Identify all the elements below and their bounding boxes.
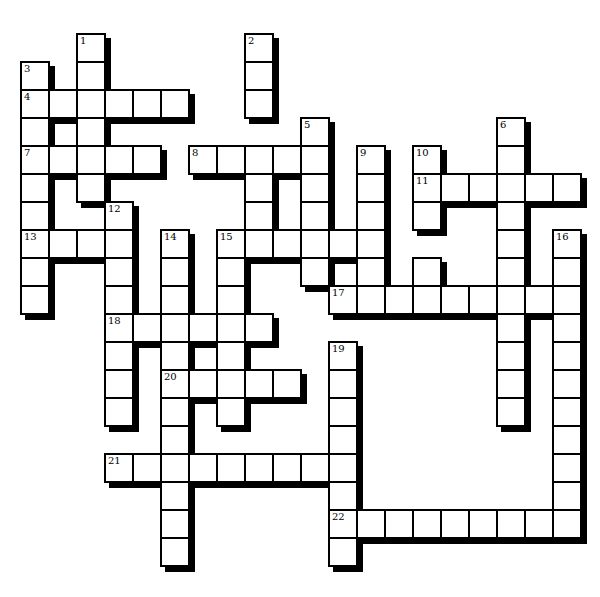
clue-number-12: 12	[108, 203, 121, 214]
cell-r9c15[interactable]	[440, 285, 470, 315]
cell-r4c1[interactable]	[48, 145, 78, 175]
cell-r2c3[interactable]	[104, 89, 134, 119]
cell-r14c19[interactable]	[552, 425, 582, 455]
cell-r13c7[interactable]	[216, 397, 246, 427]
cell-r9c19[interactable]	[552, 285, 582, 315]
cell-r18c11[interactable]	[328, 537, 358, 567]
clue-number-13: 13	[24, 231, 37, 242]
cell-r8c17[interactable]	[496, 257, 526, 287]
cell-r7c19[interactable]: 16	[552, 229, 582, 259]
cell-r5c18[interactable]	[524, 173, 554, 203]
cell-r10c3[interactable]: 18	[104, 313, 134, 343]
cell-r17c13[interactable]	[384, 509, 414, 539]
cell-r7c12[interactable]	[356, 229, 386, 259]
cell-r0c2[interactable]: 1	[76, 33, 106, 63]
cell-r15c9[interactable]	[272, 453, 302, 483]
clue-number-21: 21	[108, 455, 121, 466]
cell-r9c7[interactable]	[216, 285, 246, 315]
clue-number-6: 6	[500, 119, 506, 130]
cell-r15c4[interactable]	[132, 453, 162, 483]
cell-r7c7[interactable]: 15	[216, 229, 246, 259]
crossword-board: 12345678910111213141516171819202122	[0, 0, 600, 597]
cell-r3c10[interactable]: 5	[300, 117, 330, 147]
cell-r15c3[interactable]: 21	[104, 453, 134, 483]
cell-r9c17[interactable]	[496, 285, 526, 315]
cell-r7c1[interactable]	[48, 229, 78, 259]
cell-r16c19[interactable]	[552, 481, 582, 511]
cell-r9c16[interactable]	[468, 285, 498, 315]
cell-r13c17[interactable]	[496, 397, 526, 427]
cell-r17c12[interactable]	[356, 509, 386, 539]
cell-r9c11[interactable]: 17	[328, 285, 358, 315]
crossword-page: 12345678910111213141516171819202122	[0, 0, 600, 597]
cell-r8c0[interactable]	[20, 257, 50, 287]
cell-r5c12[interactable]	[356, 173, 386, 203]
cell-r10c8[interactable]	[244, 313, 274, 343]
cell-r13c19[interactable]	[552, 397, 582, 427]
cell-r2c5[interactable]	[160, 89, 190, 119]
cell-r7c0[interactable]: 13	[20, 229, 50, 259]
cell-r10c17[interactable]	[496, 313, 526, 343]
cell-r7c17[interactable]	[496, 229, 526, 259]
cell-r9c0[interactable]	[20, 285, 50, 315]
cell-r4c0[interactable]: 7	[20, 145, 50, 175]
cell-r4c8[interactable]	[244, 145, 274, 175]
cell-r4c10[interactable]	[300, 145, 330, 175]
cell-r14c5[interactable]	[160, 425, 190, 455]
cell-r6c10[interactable]	[300, 201, 330, 231]
cell-r17c5[interactable]	[160, 509, 190, 539]
clue-number-5: 5	[304, 119, 310, 130]
cell-r5c2[interactable]	[76, 173, 106, 203]
cell-r18c5[interactable]	[160, 537, 190, 567]
cell-r12c11[interactable]	[328, 369, 358, 399]
cell-r11c7[interactable]	[216, 341, 246, 371]
cell-r4c3[interactable]	[104, 145, 134, 175]
clue-number-11: 11	[416, 175, 429, 186]
cell-r2c8[interactable]	[244, 89, 274, 119]
cell-r12c7[interactable]	[216, 369, 246, 399]
cell-r17c16[interactable]	[468, 509, 498, 539]
cell-r3c2[interactable]	[76, 117, 106, 147]
cell-r15c5[interactable]	[160, 453, 190, 483]
cell-r6c14[interactable]	[412, 201, 442, 231]
cell-r8c3[interactable]	[104, 257, 134, 287]
cell-r13c11[interactable]	[328, 397, 358, 427]
cell-r17c17[interactable]	[496, 509, 526, 539]
cell-r0c8[interactable]: 2	[244, 33, 274, 63]
clue-number-15: 15	[220, 231, 233, 242]
cell-r1c0[interactable]: 3	[20, 61, 50, 91]
cell-r7c5[interactable]: 14	[160, 229, 190, 259]
cell-r8c5[interactable]	[160, 257, 190, 287]
cell-r15c8[interactable]	[244, 453, 274, 483]
clue-number-16: 16	[556, 231, 569, 242]
cell-r9c3[interactable]	[104, 285, 134, 315]
clue-number-17: 17	[332, 287, 345, 298]
cell-r12c17[interactable]	[496, 369, 526, 399]
cell-r10c19[interactable]	[552, 313, 582, 343]
cell-r4c12[interactable]: 9	[356, 145, 386, 175]
cell-r12c9[interactable]	[272, 369, 302, 399]
cell-r7c3[interactable]	[104, 229, 134, 259]
cell-r5c19[interactable]	[552, 173, 582, 203]
cell-r5c15[interactable]	[440, 173, 470, 203]
cell-r13c3[interactable]	[104, 397, 134, 427]
cell-r16c5[interactable]	[160, 481, 190, 511]
cell-r5c0[interactable]	[20, 173, 50, 203]
cell-r9c5[interactable]	[160, 285, 190, 315]
cell-r17c18[interactable]	[524, 509, 554, 539]
cell-r6c12[interactable]	[356, 201, 386, 231]
cell-r9c14[interactable]	[412, 285, 442, 315]
cell-r13c5[interactable]	[160, 397, 190, 427]
cell-r3c17[interactable]: 6	[496, 117, 526, 147]
cell-r10c6[interactable]	[188, 313, 218, 343]
cell-r11c5[interactable]	[160, 341, 190, 371]
cell-r2c4[interactable]	[132, 89, 162, 119]
cell-r7c2[interactable]	[76, 229, 106, 259]
cell-r17c15[interactable]	[440, 509, 470, 539]
cell-r7c8[interactable]	[244, 229, 274, 259]
cell-r1c2[interactable]	[76, 61, 106, 91]
cell-r15c10[interactable]	[300, 453, 330, 483]
cell-r4c14[interactable]: 10	[412, 145, 442, 175]
cell-r15c19[interactable]	[552, 453, 582, 483]
cell-r8c7[interactable]	[216, 257, 246, 287]
clue-number-20: 20	[164, 371, 177, 382]
cell-r4c17[interactable]	[496, 145, 526, 175]
cell-r8c10[interactable]	[300, 257, 330, 287]
cell-r4c9[interactable]	[272, 145, 302, 175]
cell-r10c7[interactable]	[216, 313, 246, 343]
cell-r15c7[interactable]	[216, 453, 246, 483]
cell-r11c11[interactable]: 19	[328, 341, 358, 371]
cell-r15c6[interactable]	[188, 453, 218, 483]
cell-r11c3[interactable]	[104, 341, 134, 371]
cell-r7c9[interactable]	[272, 229, 302, 259]
clue-number-18: 18	[108, 315, 121, 326]
cell-r9c12[interactable]	[356, 285, 386, 315]
cell-r6c3[interactable]: 12	[104, 201, 134, 231]
cell-r12c3[interactable]	[104, 369, 134, 399]
cell-r6c8[interactable]	[244, 201, 274, 231]
cell-r5c10[interactable]	[300, 173, 330, 203]
clue-number-19: 19	[332, 343, 345, 354]
clue-number-3: 3	[24, 63, 30, 74]
cell-r14c11[interactable]	[328, 425, 358, 455]
cell-r12c8[interactable]	[244, 369, 274, 399]
cell-r4c4[interactable]	[132, 145, 162, 175]
clue-number-1: 1	[80, 35, 86, 46]
clue-number-4: 4	[24, 91, 30, 102]
cell-r5c8[interactable]	[244, 173, 274, 203]
cell-r3c0[interactable]	[20, 117, 50, 147]
clue-number-14: 14	[164, 231, 177, 242]
cell-r12c5[interactable]: 20	[160, 369, 190, 399]
cell-r5c14[interactable]: 11	[412, 173, 442, 203]
cell-r12c19[interactable]	[552, 369, 582, 399]
cell-r6c0[interactable]	[20, 201, 50, 231]
cell-r7c10[interactable]	[300, 229, 330, 259]
cell-r10c4[interactable]	[132, 313, 162, 343]
cell-r12c6[interactable]	[188, 369, 218, 399]
clue-number-22: 22	[332, 511, 345, 522]
cell-r8c14[interactable]	[412, 257, 442, 287]
cell-r10c5[interactable]	[160, 313, 190, 343]
cell-r11c19[interactable]	[552, 341, 582, 371]
cell-r2c1[interactable]	[48, 89, 78, 119]
clue-number-8: 8	[192, 147, 198, 158]
cell-r9c18[interactable]	[524, 285, 554, 315]
cell-r17c19[interactable]	[552, 509, 582, 539]
cell-r17c11[interactable]: 22	[328, 509, 358, 539]
cell-r2c0[interactable]: 4	[20, 89, 50, 119]
cell-r11c17[interactable]	[496, 341, 526, 371]
cell-r4c6[interactable]: 8	[188, 145, 218, 175]
cell-r5c17[interactable]	[496, 173, 526, 203]
cell-r4c7[interactable]	[216, 145, 246, 175]
cell-r16c11[interactable]	[328, 481, 358, 511]
clue-number-9: 9	[360, 147, 366, 158]
clue-number-2: 2	[248, 35, 254, 46]
clue-number-10: 10	[416, 147, 429, 158]
cell-r7c11[interactable]	[328, 229, 358, 259]
clue-number-7: 7	[24, 147, 30, 158]
cell-r2c2[interactable]	[76, 89, 106, 119]
cell-r17c14[interactable]	[412, 509, 442, 539]
cell-r8c19[interactable]	[552, 257, 582, 287]
cell-r5c16[interactable]	[468, 173, 498, 203]
cell-r1c8[interactable]	[244, 61, 274, 91]
cell-r9c13[interactable]	[384, 285, 414, 315]
cell-r4c2[interactable]	[76, 145, 106, 175]
cell-r8c12[interactable]	[356, 257, 386, 287]
cell-r6c17[interactable]	[496, 201, 526, 231]
cell-r15c11[interactable]	[328, 453, 358, 483]
